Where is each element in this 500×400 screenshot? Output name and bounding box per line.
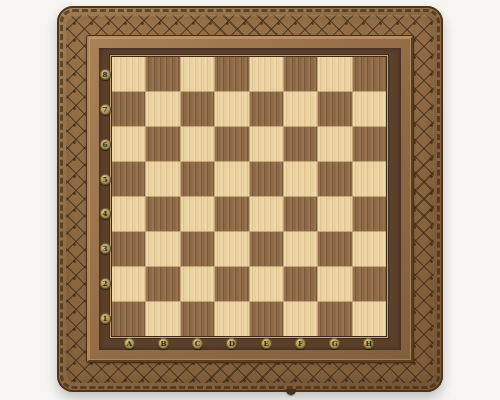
- square-b8[interactable]: [146, 57, 179, 91]
- square-h2[interactable]: [353, 267, 386, 301]
- square-g1[interactable]: [318, 302, 351, 336]
- file-label-c: C: [192, 338, 203, 349]
- square-c6[interactable]: [181, 127, 214, 161]
- square-d5[interactable]: [215, 162, 248, 196]
- square-e7[interactable]: [250, 92, 283, 126]
- rank-label-8: 8: [100, 69, 111, 80]
- square-f8[interactable]: [284, 57, 317, 91]
- file-label-h: H: [363, 338, 374, 349]
- square-b7[interactable]: [146, 92, 179, 126]
- square-a1[interactable]: [112, 302, 145, 336]
- square-b2[interactable]: [146, 267, 179, 301]
- file-label-d: D: [226, 338, 237, 349]
- square-c2[interactable]: [181, 267, 214, 301]
- square-b5[interactable]: [146, 162, 179, 196]
- square-g2[interactable]: [318, 267, 351, 301]
- square-e1[interactable]: [250, 302, 283, 336]
- file-label-a: A: [124, 338, 135, 349]
- square-c8[interactable]: [181, 57, 214, 91]
- file-label-f: F: [295, 338, 306, 349]
- file-label-e: E: [261, 338, 272, 349]
- square-d2[interactable]: [215, 267, 248, 301]
- square-c1[interactable]: [181, 302, 214, 336]
- square-a7[interactable]: [112, 92, 145, 126]
- square-f1[interactable]: [284, 302, 317, 336]
- square-d1[interactable]: [215, 302, 248, 336]
- square-d6[interactable]: [215, 127, 248, 161]
- square-h5[interactable]: [353, 162, 386, 196]
- file-label-b: B: [158, 338, 169, 349]
- square-h3[interactable]: [353, 232, 386, 266]
- square-g4[interactable]: [318, 197, 351, 231]
- square-f3[interactable]: [284, 232, 317, 266]
- rank-label-3: 3: [100, 243, 111, 254]
- square-g8[interactable]: [318, 57, 351, 91]
- square-b3[interactable]: [146, 232, 179, 266]
- square-g3[interactable]: [318, 232, 351, 266]
- square-g7[interactable]: [318, 92, 351, 126]
- square-a2[interactable]: [112, 267, 145, 301]
- square-f6[interactable]: [284, 127, 317, 161]
- square-g5[interactable]: [318, 162, 351, 196]
- square-e4[interactable]: [250, 197, 283, 231]
- square-f2[interactable]: [284, 267, 317, 301]
- square-b1[interactable]: [146, 302, 179, 336]
- square-h4[interactable]: [353, 197, 386, 231]
- square-c7[interactable]: [181, 92, 214, 126]
- rank-label-6: 6: [100, 139, 111, 150]
- square-a8[interactable]: [112, 57, 145, 91]
- chess-board: 87654321ABCDEFGH: [57, 6, 443, 392]
- rank-label-1: 1: [100, 313, 111, 324]
- square-e3[interactable]: [250, 232, 283, 266]
- square-d4[interactable]: [215, 197, 248, 231]
- square-h7[interactable]: [353, 92, 386, 126]
- square-e8[interactable]: [250, 57, 283, 91]
- rank-label-2: 2: [100, 278, 111, 289]
- square-h1[interactable]: [353, 302, 386, 336]
- square-e6[interactable]: [250, 127, 283, 161]
- square-h8[interactable]: [353, 57, 386, 91]
- square-f4[interactable]: [284, 197, 317, 231]
- square-b4[interactable]: [146, 197, 179, 231]
- square-a3[interactable]: [112, 232, 145, 266]
- square-a6[interactable]: [112, 127, 145, 161]
- square-a4[interactable]: [112, 197, 145, 231]
- square-c5[interactable]: [181, 162, 214, 196]
- rank-label-4: 4: [100, 208, 111, 219]
- square-c3[interactable]: [181, 232, 214, 266]
- square-g6[interactable]: [318, 127, 351, 161]
- rank-label-7: 7: [100, 104, 111, 115]
- square-e2[interactable]: [250, 267, 283, 301]
- rank-label-5: 5: [100, 174, 111, 185]
- square-d3[interactable]: [215, 232, 248, 266]
- page-background: 87654321ABCDEFGH: [0, 0, 500, 400]
- square-f7[interactable]: [284, 92, 317, 126]
- square-e5[interactable]: [250, 162, 283, 196]
- square-a5[interactable]: [112, 162, 145, 196]
- square-b6[interactable]: [146, 127, 179, 161]
- file-label-g: G: [329, 338, 340, 349]
- square-h6[interactable]: [353, 127, 386, 161]
- clasp: [286, 389, 296, 395]
- square-c4[interactable]: [181, 197, 214, 231]
- square-f5[interactable]: [284, 162, 317, 196]
- square-d8[interactable]: [215, 57, 248, 91]
- board-grid: [112, 57, 386, 336]
- square-d7[interactable]: [215, 92, 248, 126]
